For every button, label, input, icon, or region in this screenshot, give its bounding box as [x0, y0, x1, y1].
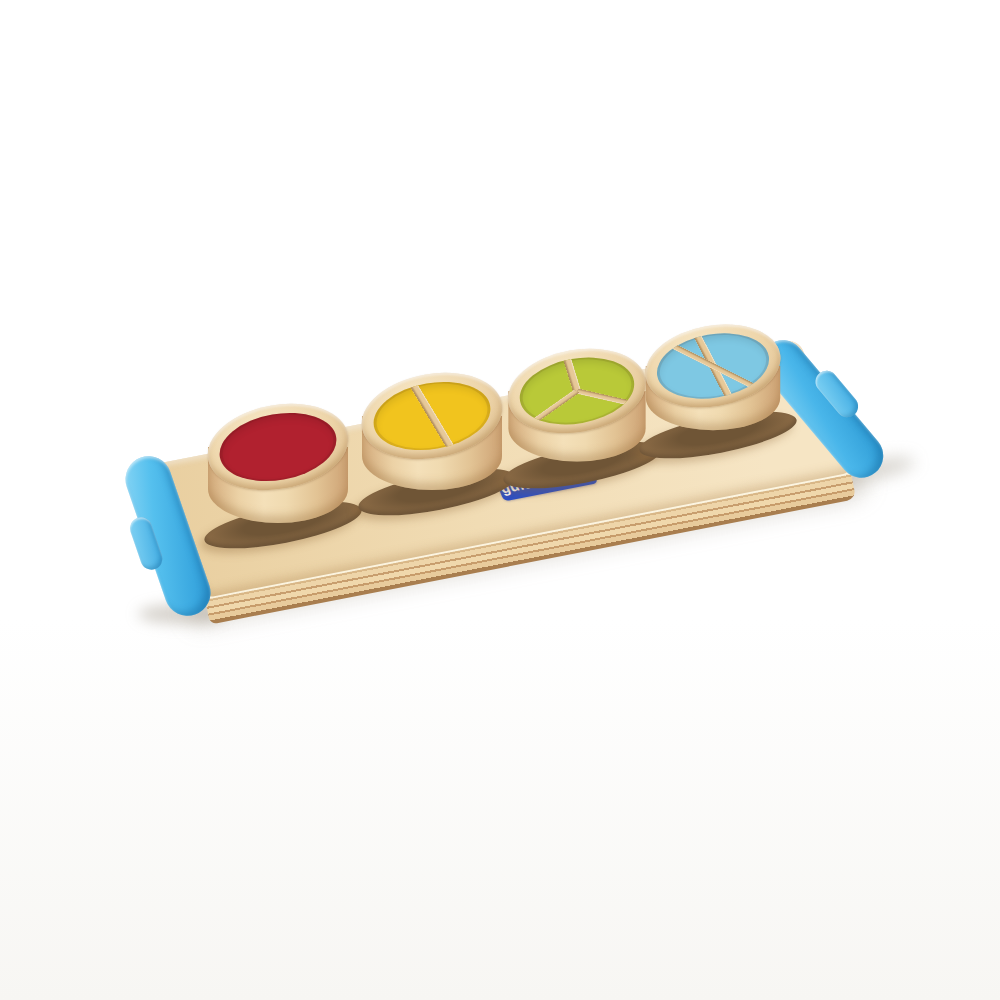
cut-line [409, 382, 456, 450]
product-photo-stage: guide craft [0, 0, 1000, 1000]
left-handle-grip [127, 514, 165, 572]
fraction-piece-halves-yellow[interactable] [361, 374, 503, 574]
right-handle-grip [811, 366, 863, 422]
fraction-piece-quarters-blue[interactable] [645, 326, 781, 518]
fraction-piece-thirds-green[interactable] [507, 350, 646, 546]
cut-line [563, 356, 581, 392]
fraction-piece-whole-red[interactable] [207, 405, 349, 605]
cut-line [575, 389, 633, 406]
cut-line [668, 343, 757, 389]
cut-line [530, 390, 580, 423]
